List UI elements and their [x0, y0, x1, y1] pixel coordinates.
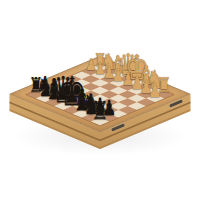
- product-photo-chess-set: ♜♞♝♛♚♝♞♜♟♟♟♟♟♟♟♟♟♟♟♟♟♟♟♟♜♞♝♛♚♝♞♜: [0, 0, 200, 200]
